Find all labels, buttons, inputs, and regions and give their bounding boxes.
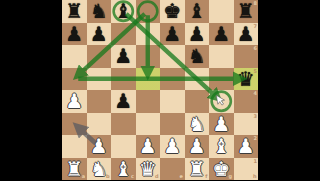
black-pawn-g7[interactable]: ♟ [209,23,234,46]
square-b2[interactable]: ♟ [87,135,112,158]
white-pawn-e2[interactable]: ♟ [160,135,185,158]
black-bishop-f8[interactable]: ♝ [185,0,210,23]
square-a4[interactable]: ♟ [62,90,87,113]
square-h3[interactable]: 3 [234,113,259,136]
square-g4[interactable] [209,90,234,113]
square-d4[interactable] [136,90,161,113]
square-g3[interactable]: ♟ [209,113,234,136]
white-pawn-h2[interactable]: ♟ [234,135,259,158]
square-d8[interactable] [136,0,161,23]
square-c6[interactable]: ♟ [111,45,136,68]
square-b5[interactable] [87,68,112,91]
square-h2[interactable]: 2♟ [234,135,259,158]
rank-label-1: 1 [254,159,257,164]
square-b8[interactable]: ♞ [87,0,112,23]
square-h7[interactable]: 7♟ [234,23,259,46]
square-f8[interactable]: ♝ [185,0,210,23]
rank-label-6: 6 [254,46,257,51]
square-e6[interactable] [160,45,185,68]
square-g6[interactable] [209,45,234,68]
white-bishop-g2[interactable]: ♝ [209,135,234,158]
square-c3[interactable] [111,113,136,136]
square-d1[interactable]: d♛ [136,158,161,181]
black-rook-a8[interactable]: ♜ [62,0,87,23]
square-d2[interactable]: ♟ [136,135,161,158]
square-d5[interactable] [136,68,161,91]
white-queen-d1[interactable]: ♛ [136,158,161,181]
white-pawn-f2[interactable]: ♟ [185,135,210,158]
square-c1[interactable]: c♝ [111,158,136,181]
letterbox-right [258,0,320,180]
white-king-g1[interactable]: ♚ [209,158,234,181]
rank-label-4: 4 [254,91,257,96]
square-a1[interactable]: a♜ [62,158,87,181]
black-pawn-e7[interactable]: ♟ [160,23,185,46]
square-b4[interactable] [87,90,112,113]
white-pawn-b2[interactable]: ♟ [87,135,112,158]
square-e5[interactable] [160,68,185,91]
white-knight-b1[interactable]: ♞ [87,158,112,181]
square-e3[interactable] [160,113,185,136]
black-knight-f6[interactable]: ♞ [185,45,210,68]
board: ♜♞♝♚♝8♜♟♟♟♟♟7♟♟♞65♛♟♟4♞♟3♟♟♟♟♝2♟a♜b♞c♝d♛… [62,0,258,180]
square-c8[interactable]: ♝ [111,0,136,23]
square-h1[interactable]: 1h [234,158,259,181]
square-c7[interactable] [111,23,136,46]
file-label-e: e [180,174,183,179]
square-g5[interactable] [209,68,234,91]
black-pawn-h7[interactable]: ♟ [234,23,259,46]
square-h8[interactable]: 8♜ [234,0,259,23]
black-pawn-c6[interactable]: ♟ [111,45,136,68]
square-f2[interactable]: ♟ [185,135,210,158]
white-pawn-d2[interactable]: ♟ [136,135,161,158]
letterbox-left [0,0,62,180]
square-f7[interactable]: ♟ [185,23,210,46]
square-f1[interactable]: f♜ [185,158,210,181]
black-knight-b8[interactable]: ♞ [87,0,112,23]
black-pawn-b7[interactable]: ♟ [87,23,112,46]
square-c4[interactable]: ♟ [111,90,136,113]
square-b3[interactable] [87,113,112,136]
square-c5[interactable] [111,68,136,91]
square-h6[interactable]: 6 [234,45,259,68]
black-king-e8[interactable]: ♚ [160,0,185,23]
white-rook-a1[interactable]: ♜ [62,158,87,181]
white-knight-f3[interactable]: ♞ [185,113,210,136]
black-pawn-f7[interactable]: ♟ [185,23,210,46]
square-b1[interactable]: b♞ [87,158,112,181]
square-h4[interactable]: 4 [234,90,259,113]
white-bishop-c1[interactable]: ♝ [111,158,136,181]
square-f6[interactable]: ♞ [185,45,210,68]
square-a2[interactable] [62,135,87,158]
square-a7[interactable]: ♟ [62,23,87,46]
white-rook-f1[interactable]: ♜ [185,158,210,181]
square-d6[interactable] [136,45,161,68]
square-f5[interactable] [185,68,210,91]
square-a8[interactable]: ♜ [62,0,87,23]
square-b6[interactable] [87,45,112,68]
square-f4[interactable] [185,90,210,113]
square-a6[interactable] [62,45,87,68]
square-c2[interactable] [111,135,136,158]
black-pawn-a7[interactable]: ♟ [62,23,87,46]
square-g8[interactable] [209,0,234,23]
square-e2[interactable]: ♟ [160,135,185,158]
square-d3[interactable] [136,113,161,136]
square-g2[interactable]: ♝ [209,135,234,158]
black-bishop-c8[interactable]: ♝ [111,0,136,23]
square-h5[interactable]: 5♛ [234,68,259,91]
square-e7[interactable]: ♟ [160,23,185,46]
white-pawn-g3[interactable]: ♟ [209,113,234,136]
square-e4[interactable] [160,90,185,113]
square-b7[interactable]: ♟ [87,23,112,46]
square-d7[interactable] [136,23,161,46]
square-e1[interactable]: e [160,158,185,181]
square-g1[interactable]: g♚ [209,158,234,181]
black-queen-h5[interactable]: ♛ [234,68,259,91]
black-pawn-c4[interactable]: ♟ [111,90,136,113]
square-g7[interactable]: ♟ [209,23,234,46]
video-frame: ♜♞♝♚♝8♜♟♟♟♟♟7♟♟♞65♛♟♟4♞♟3♟♟♟♟♝2♟a♜b♞c♝d♛… [0,0,320,180]
square-a5[interactable] [62,68,87,91]
square-f3[interactable]: ♞ [185,113,210,136]
rank-label-3: 3 [254,114,257,119]
square-e8[interactable]: ♚ [160,0,185,23]
white-pawn-a4[interactable]: ♟ [62,90,87,113]
file-label-h: h [253,174,257,179]
square-a3[interactable] [62,113,87,136]
black-rook-h8[interactable]: ♜ [234,0,259,23]
